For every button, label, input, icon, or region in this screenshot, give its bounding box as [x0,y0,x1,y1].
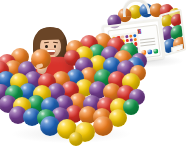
raised-arm-with-ball [0,0,188,150]
product-photo: INTEX [0,0,188,150]
held-ball-layer [0,0,188,150]
